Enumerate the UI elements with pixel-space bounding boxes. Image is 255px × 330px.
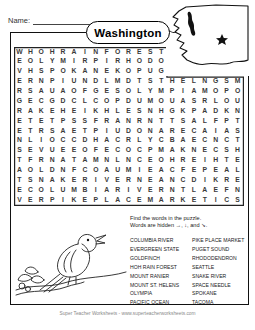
grid-cell[interactable]: O bbox=[25, 57, 36, 67]
grid-cell[interactable]: P bbox=[112, 96, 123, 106]
grid-cell[interactable]: C bbox=[199, 136, 210, 146]
grid-cell[interactable]: O bbox=[123, 67, 134, 77]
grid-cell[interactable]: E bbox=[232, 156, 243, 166]
grid-cell[interactable]: L bbox=[47, 185, 58, 195]
grid-cell[interactable]: A bbox=[112, 116, 123, 126]
grid-cell[interactable]: R bbox=[123, 47, 134, 57]
grid-cell[interactable]: G bbox=[47, 96, 58, 106]
grid-cell[interactable]: H bbox=[101, 106, 112, 116]
grid-cell[interactable]: O bbox=[90, 166, 101, 176]
grid-cell[interactable]: F bbox=[79, 87, 90, 97]
grid-cell[interactable]: N bbox=[210, 136, 221, 146]
grid-cell[interactable]: S bbox=[145, 77, 156, 87]
grid-cell[interactable]: I bbox=[101, 57, 112, 67]
grid-cell[interactable]: L bbox=[36, 57, 47, 67]
grid-cell[interactable]: L bbox=[199, 116, 210, 126]
grid-cell[interactable]: A bbox=[58, 126, 69, 136]
grid-cell[interactable]: Y bbox=[47, 57, 58, 67]
grid-cell[interactable]: E bbox=[232, 175, 243, 185]
grid-cell[interactable]: O bbox=[134, 126, 145, 136]
grid-cell[interactable]: F bbox=[210, 116, 221, 126]
grid-cell[interactable]: K bbox=[36, 106, 47, 116]
grid-cell[interactable]: P bbox=[134, 67, 145, 77]
grid-cell[interactable]: N bbox=[232, 106, 243, 116]
grid-cell[interactable]: H bbox=[156, 106, 167, 116]
grid-cell[interactable]: A bbox=[69, 47, 80, 57]
grid-cell[interactable]: E bbox=[101, 87, 112, 97]
grid-cell[interactable]: E bbox=[25, 146, 36, 156]
grid-cell[interactable]: E bbox=[188, 166, 199, 176]
grid-cell[interactable]: S bbox=[25, 87, 36, 97]
grid-cell[interactable]: H bbox=[25, 67, 36, 77]
grid-cell[interactable]: R bbox=[101, 116, 112, 126]
grid-cell[interactable]: K bbox=[178, 146, 189, 156]
grid-cell[interactable]: H bbox=[58, 106, 69, 116]
grid-cell[interactable]: U bbox=[167, 96, 178, 106]
grid-cell[interactable]: U bbox=[69, 77, 80, 87]
grid-cell[interactable]: N bbox=[232, 185, 243, 195]
grid-cell[interactable]: P bbox=[199, 166, 210, 176]
grid-cell[interactable]: L bbox=[25, 136, 36, 146]
grid-cell[interactable]: C bbox=[178, 175, 189, 185]
grid-cell[interactable]: E bbox=[145, 156, 156, 166]
grid-cell[interactable]: C bbox=[112, 146, 123, 156]
grid-cell[interactable]: C bbox=[167, 166, 178, 176]
grid-cell[interactable]: A bbox=[47, 175, 58, 185]
grid-cell[interactable]: S bbox=[134, 106, 145, 116]
grid-cell[interactable]: R bbox=[25, 77, 36, 87]
grid-cell[interactable]: S bbox=[145, 47, 156, 57]
grid-cell[interactable]: T bbox=[156, 116, 167, 126]
grid-cell[interactable]: E bbox=[210, 166, 221, 176]
grid-cell[interactable]: A bbox=[188, 116, 199, 126]
grid-cell[interactable]: E bbox=[199, 146, 210, 156]
grid-cell[interactable]: F bbox=[69, 166, 80, 176]
grid-cell[interactable]: P bbox=[58, 116, 69, 126]
grid-cell[interactable]: T bbox=[156, 77, 167, 87]
grid-cell[interactable]: T bbox=[47, 116, 58, 126]
grid-cell[interactable]: N bbox=[36, 175, 47, 185]
grid-cell[interactable]: V bbox=[14, 195, 25, 205]
grid-cell[interactable]: S bbox=[69, 116, 80, 126]
grid-cell[interactable]: U bbox=[134, 96, 145, 106]
grid-cell[interactable]: E bbox=[178, 126, 189, 136]
grid-cell[interactable]: O bbox=[36, 185, 47, 195]
grid-cell[interactable]: A bbox=[36, 87, 47, 97]
grid-cell[interactable]: I bbox=[101, 126, 112, 136]
grid-cell[interactable]: O bbox=[112, 47, 123, 57]
grid-cell[interactable]: I bbox=[58, 77, 69, 87]
grid-cell[interactable]: D bbox=[145, 57, 156, 67]
grid-cell[interactable]: A bbox=[199, 106, 210, 116]
grid-cell[interactable]: P bbox=[90, 57, 101, 67]
grid-cell[interactable]: O bbox=[156, 96, 167, 106]
grid-cell[interactable]: F bbox=[90, 146, 101, 156]
grid-cell[interactable]: O bbox=[69, 87, 80, 97]
grid-cell[interactable]: E bbox=[188, 156, 199, 166]
grid-cell[interactable]: I bbox=[79, 106, 90, 116]
grid-cell[interactable]: E bbox=[188, 195, 199, 205]
grid-cell[interactable]: A bbox=[58, 87, 69, 97]
grid-cell[interactable]: S bbox=[178, 116, 189, 126]
grid-cell[interactable]: I bbox=[210, 195, 221, 205]
grid-cell[interactable]: A bbox=[156, 195, 167, 205]
grid-cell[interactable]: E bbox=[36, 116, 47, 126]
grid-cell[interactable]: L bbox=[134, 136, 145, 146]
grid-cell[interactable]: K bbox=[69, 67, 80, 77]
grid-cell[interactable]: A bbox=[178, 136, 189, 146]
grid-cell[interactable]: T bbox=[232, 116, 243, 126]
grid-cell[interactable]: I bbox=[36, 136, 47, 146]
grid-cell[interactable]: N bbox=[167, 175, 178, 185]
grid-cell[interactable]: O bbox=[134, 57, 145, 67]
grid-cell[interactable]: K bbox=[58, 175, 69, 185]
grid-cell[interactable]: M bbox=[199, 87, 210, 97]
grid-cell[interactable]: P bbox=[47, 67, 58, 77]
grid-cell[interactable]: U bbox=[112, 166, 123, 176]
grid-cell[interactable]: L bbox=[112, 156, 123, 166]
grid-cell[interactable]: O bbox=[58, 67, 69, 77]
grid-cell[interactable]: P bbox=[90, 195, 101, 205]
grid-cell[interactable]: K bbox=[90, 106, 101, 116]
grid-cell[interactable]: N bbox=[145, 106, 156, 116]
grid-cell[interactable]: U bbox=[145, 67, 156, 77]
grid-cell[interactable]: E bbox=[210, 185, 221, 195]
grid-cell[interactable]: R bbox=[36, 195, 47, 205]
grid-cell[interactable]: L bbox=[134, 87, 145, 97]
grid-cell[interactable]: C bbox=[58, 136, 69, 146]
grid-cell[interactable]: S bbox=[47, 126, 58, 136]
grid-cell[interactable]: A bbox=[221, 166, 232, 176]
grid-cell[interactable]: N bbox=[123, 116, 134, 126]
grid-cell[interactable]: H bbox=[47, 47, 58, 57]
grid-cell[interactable]: M bbox=[123, 166, 134, 176]
grid-cell[interactable]: P bbox=[221, 87, 232, 97]
grid-cell[interactable]: U bbox=[47, 146, 58, 156]
grid-cell[interactable]: Y bbox=[145, 87, 156, 97]
grid-cell[interactable]: R bbox=[112, 185, 123, 195]
grid-cell[interactable]: G bbox=[14, 96, 25, 106]
grid-cell[interactable]: S bbox=[25, 175, 36, 185]
grid-cell[interactable]: A bbox=[101, 185, 112, 195]
grid-cell[interactable]: I bbox=[199, 175, 210, 185]
grid-cell[interactable]: C bbox=[69, 136, 80, 146]
grid-cell[interactable]: M bbox=[232, 77, 243, 87]
grid-cell[interactable]: T bbox=[134, 77, 145, 87]
grid-cell[interactable]: P bbox=[167, 87, 178, 97]
grid-cell[interactable]: F bbox=[221, 185, 232, 195]
grid-cell[interactable]: N bbox=[58, 166, 69, 176]
grid-cell[interactable]: F bbox=[178, 166, 189, 176]
grid-cell[interactable]: E bbox=[14, 126, 25, 136]
grid-cell[interactable]: V bbox=[36, 146, 47, 156]
grid-cell[interactable]: D bbox=[123, 96, 134, 106]
grid-cell[interactable]: E bbox=[25, 195, 36, 205]
grid-cell[interactable]: N bbox=[167, 185, 178, 195]
grid-cell[interactable]: S bbox=[232, 126, 243, 136]
grid-cell[interactable]: E bbox=[112, 175, 123, 185]
grid-cell[interactable]: E bbox=[79, 195, 90, 205]
grid-cell[interactable]: L bbox=[188, 185, 199, 195]
grid-cell[interactable]: D bbox=[210, 106, 221, 116]
grid-cell[interactable]: L bbox=[232, 166, 243, 176]
grid-cell[interactable]: K bbox=[178, 195, 189, 205]
grid-cell[interactable]: N bbox=[199, 77, 210, 87]
grid-cell[interactable]: N bbox=[14, 136, 25, 146]
grid-cell[interactable]: O bbox=[47, 136, 58, 146]
grid-cell[interactable]: A bbox=[199, 126, 210, 136]
grid-cell[interactable]: P bbox=[221, 116, 232, 126]
grid-cell[interactable]: G bbox=[90, 87, 101, 97]
grid-cell[interactable]: E bbox=[69, 126, 80, 136]
grid-cell[interactable]: E bbox=[14, 116, 25, 126]
grid-cell[interactable]: I bbox=[134, 166, 145, 176]
grid-cell[interactable]: A bbox=[178, 96, 189, 106]
grid-cell[interactable]: M bbox=[145, 96, 156, 106]
grid-cell[interactable]: E bbox=[134, 47, 145, 57]
grid-cell[interactable]: K bbox=[69, 195, 80, 205]
grid-cell[interactable]: E bbox=[14, 77, 25, 87]
grid-cell[interactable]: V bbox=[134, 185, 145, 195]
grid-cell[interactable]: L bbox=[36, 166, 47, 176]
grid-cell[interactable]: O bbox=[101, 96, 112, 106]
grid-cell[interactable]: C bbox=[79, 166, 90, 176]
grid-cell[interactable]: R bbox=[79, 57, 90, 67]
grid-cell[interactable]: I bbox=[79, 47, 90, 57]
grid-cell[interactable]: B bbox=[167, 136, 178, 146]
grid-cell[interactable]: C bbox=[112, 136, 123, 146]
grid-cell[interactable]: O bbox=[232, 87, 243, 97]
grid-cell[interactable]: D bbox=[47, 166, 58, 176]
grid-cell[interactable]: P bbox=[47, 77, 58, 87]
grid-cell[interactable]: K bbox=[112, 67, 123, 77]
grid-cell[interactable]: L bbox=[79, 96, 90, 106]
grid-cell[interactable]: C bbox=[221, 136, 232, 146]
grid-cell[interactable]: M bbox=[69, 185, 80, 195]
grid-cell[interactable]: S bbox=[14, 146, 25, 156]
grid-cell[interactable]: S bbox=[112, 87, 123, 97]
grid-cell[interactable]: L bbox=[210, 96, 221, 106]
grid-cell[interactable]: T bbox=[178, 185, 189, 195]
grid-cell[interactable]: E bbox=[188, 136, 199, 146]
grid-cell[interactable]: D bbox=[79, 136, 90, 146]
grid-cell[interactable]: A bbox=[167, 146, 178, 156]
grid-cell[interactable]: C bbox=[188, 126, 199, 136]
grid-cell[interactable]: O bbox=[25, 166, 36, 176]
grid-cell[interactable]: R bbox=[36, 156, 47, 166]
grid-cell[interactable]: A bbox=[79, 67, 90, 77]
grid-cell[interactable]: K bbox=[210, 175, 221, 185]
grid-cell[interactable]: R bbox=[58, 47, 69, 57]
grid-cell[interactable]: R bbox=[14, 106, 25, 116]
grid-cell[interactable]: T bbox=[14, 156, 25, 166]
grid-cell[interactable]: H bbox=[123, 57, 134, 67]
grid-cell[interactable]: I bbox=[90, 175, 101, 185]
grid-cell[interactable]: M bbox=[58, 57, 69, 67]
grid-cell[interactable]: S bbox=[36, 67, 47, 77]
grid-cell[interactable]: N bbox=[123, 156, 134, 166]
grid-cell[interactable]: A bbox=[112, 195, 123, 205]
grid-cell[interactable]: F bbox=[90, 116, 101, 126]
grid-cell[interactable]: F bbox=[101, 47, 112, 57]
grid-cell[interactable]: P bbox=[47, 195, 58, 205]
grid-cell[interactable]: M bbox=[90, 156, 101, 166]
grid-cell[interactable]: H bbox=[90, 136, 101, 146]
grid-cell[interactable]: H bbox=[167, 156, 178, 166]
grid-cell[interactable]: R bbox=[167, 195, 178, 205]
grid-cell[interactable]: H bbox=[232, 146, 243, 156]
grid-cell[interactable]: O bbox=[123, 87, 134, 97]
grid-cell[interactable]: E bbox=[69, 175, 80, 185]
grid-cell[interactable]: E bbox=[47, 106, 58, 116]
grid-cell[interactable]: L bbox=[101, 195, 112, 205]
grid-cell[interactable]: H bbox=[167, 77, 178, 87]
grid-cell[interactable]: E bbox=[101, 67, 112, 77]
grid-cell[interactable]: R bbox=[134, 116, 145, 126]
grid-cell[interactable]: A bbox=[221, 126, 232, 136]
grid-cell[interactable]: S bbox=[232, 195, 243, 205]
grid-cell[interactable]: N bbox=[79, 77, 90, 87]
grid-cell[interactable]: I bbox=[210, 126, 221, 136]
grid-cell[interactable]: E bbox=[101, 146, 112, 156]
grid-cell[interactable]: D bbox=[188, 175, 199, 185]
grid-cell[interactable]: D bbox=[58, 96, 69, 106]
grid-cell[interactable]: I bbox=[69, 57, 80, 67]
grid-cell[interactable]: E bbox=[134, 195, 145, 205]
grid-cell[interactable]: A bbox=[79, 156, 90, 166]
grid-cell[interactable]: I bbox=[90, 185, 101, 195]
grid-cell[interactable]: N bbox=[47, 156, 58, 166]
grid-cell[interactable]: C bbox=[210, 146, 221, 156]
grid-cell[interactable]: G bbox=[210, 77, 221, 87]
grid-cell[interactable]: B bbox=[79, 185, 90, 195]
grid-cell[interactable]: A bbox=[156, 175, 167, 185]
grid-cell[interactable]: R bbox=[178, 156, 189, 166]
grid-cell[interactable]: O bbox=[156, 156, 167, 166]
grid-cell[interactable]: R bbox=[199, 96, 210, 106]
grid-cell[interactable]: G bbox=[167, 106, 178, 116]
grid-cell[interactable]: T bbox=[167, 116, 178, 126]
grid-cell[interactable]: U bbox=[232, 96, 243, 106]
grid-cell[interactable]: E bbox=[25, 96, 36, 106]
grid-cell[interactable]: L bbox=[101, 77, 112, 87]
grid-cell[interactable]: K bbox=[178, 106, 189, 116]
grid-cell[interactable]: T bbox=[25, 126, 36, 136]
grid-cell[interactable]: N bbox=[90, 47, 101, 57]
grid-cell[interactable]: R bbox=[167, 126, 178, 136]
grid-cell[interactable]: N bbox=[145, 126, 156, 136]
grid-cell[interactable]: O bbox=[79, 146, 90, 156]
grid-cell[interactable]: I bbox=[123, 185, 134, 195]
grid-cell[interactable]: L bbox=[188, 77, 199, 87]
grid-cell[interactable]: H bbox=[210, 156, 221, 166]
grid-cell[interactable]: I bbox=[58, 195, 69, 205]
grid-cell[interactable]: O bbox=[36, 47, 47, 57]
grid-cell[interactable]: I bbox=[199, 156, 210, 166]
grid-cell[interactable]: S bbox=[188, 96, 199, 106]
grid-cell[interactable]: S bbox=[221, 77, 232, 87]
grid-cell[interactable]: R bbox=[156, 185, 167, 195]
grid-cell[interactable]: M bbox=[145, 195, 156, 205]
grid-cell[interactable]: A bbox=[156, 126, 167, 136]
grid-cell[interactable]: F bbox=[25, 156, 36, 166]
grid-cell[interactable]: C bbox=[69, 96, 80, 106]
grid-cell[interactable]: P bbox=[145, 146, 156, 156]
grid-cell[interactable]: R bbox=[123, 136, 134, 146]
grid-cell[interactable]: M bbox=[156, 146, 167, 156]
grid-cell[interactable]: A bbox=[156, 166, 167, 176]
grid-cell[interactable]: U bbox=[112, 126, 123, 136]
grid-cell[interactable]: H bbox=[25, 47, 36, 57]
grid-cell[interactable]: T bbox=[14, 175, 25, 185]
grid-cell[interactable]: R bbox=[79, 175, 90, 185]
grid-cell[interactable]: E bbox=[14, 185, 25, 195]
grid-cell[interactable]: D bbox=[90, 77, 101, 87]
grid-cell[interactable]: A bbox=[101, 136, 112, 146]
grid-cell[interactable]: E bbox=[69, 146, 80, 156]
grid-cell[interactable]: V bbox=[101, 175, 112, 185]
grid-cell[interactable]: N bbox=[90, 67, 101, 77]
grid-cell[interactable]: A bbox=[58, 156, 69, 166]
grid-cell[interactable]: M bbox=[156, 87, 167, 97]
grid-cell[interactable]: U bbox=[58, 185, 69, 195]
grid-cell[interactable]: S bbox=[221, 146, 232, 156]
grid-cell[interactable]: T bbox=[79, 126, 90, 136]
grid-cell[interactable]: L bbox=[112, 106, 123, 116]
grid-cell[interactable]: R bbox=[112, 57, 123, 67]
grid-cell[interactable]: R bbox=[221, 175, 232, 185]
grid-cell[interactable]: O bbox=[210, 87, 221, 97]
grid-cell[interactable]: E bbox=[58, 146, 69, 156]
grid-cell[interactable]: E bbox=[123, 106, 134, 116]
grid-cell[interactable]: E bbox=[145, 175, 156, 185]
grid-cell[interactable]: E bbox=[178, 77, 189, 87]
grid-cell[interactable]: E bbox=[14, 57, 25, 67]
grid-cell[interactable]: C bbox=[221, 195, 232, 205]
grid-cell[interactable]: C bbox=[25, 185, 36, 195]
grid-cell[interactable]: T bbox=[199, 195, 210, 205]
grid-cell[interactable]: V bbox=[14, 67, 25, 77]
grid-cell[interactable]: A bbox=[14, 166, 25, 176]
grid-cell[interactable]: N bbox=[101, 156, 112, 166]
grid-cell[interactable]: C bbox=[156, 136, 167, 146]
grid-cell[interactable]: D bbox=[123, 126, 134, 136]
grid-cell[interactable]: N bbox=[36, 77, 47, 87]
grid-cell[interactable]: P bbox=[90, 126, 101, 136]
grid-cell[interactable]: N bbox=[188, 146, 199, 156]
grid-cell[interactable]: A bbox=[199, 185, 210, 195]
grid-cell[interactable]: C bbox=[134, 146, 145, 156]
grid-cell[interactable]: A bbox=[101, 166, 112, 176]
grid-cell[interactable]: U bbox=[47, 87, 58, 97]
grid-cell[interactable]: R bbox=[14, 87, 25, 97]
grid-cell[interactable]: Y bbox=[145, 136, 156, 146]
grid-cell[interactable]: S bbox=[79, 116, 90, 126]
grid-cell[interactable]: W bbox=[14, 47, 25, 57]
grid-cell[interactable]: A bbox=[188, 87, 199, 97]
grid-cell[interactable]: R bbox=[123, 175, 134, 185]
grid-cell[interactable]: E bbox=[145, 166, 156, 176]
grid-cell[interactable]: M bbox=[112, 77, 123, 87]
grid-cell[interactable]: A bbox=[25, 106, 36, 116]
grid-cell[interactable]: C bbox=[90, 96, 101, 106]
grid-cell[interactable]: C bbox=[36, 96, 47, 106]
grid-cell[interactable]: D bbox=[123, 77, 134, 87]
grid-cell[interactable]: O bbox=[221, 96, 232, 106]
grid-cell[interactable]: C bbox=[123, 195, 134, 205]
grid-cell[interactable]: T bbox=[221, 156, 232, 166]
grid-cell[interactable]: O bbox=[123, 146, 134, 156]
